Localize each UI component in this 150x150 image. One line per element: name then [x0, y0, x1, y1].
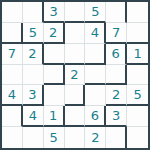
cell-r3c5[interactable] [85, 44, 106, 65]
cell-r5c4[interactable] [65, 85, 86, 106]
cell-r2c2[interactable]: 5 [23, 23, 44, 44]
cell-r4c1[interactable] [2, 65, 23, 86]
cell-r4c3[interactable] [44, 65, 65, 86]
cell-r6c7[interactable] [127, 106, 148, 127]
cell-r7c4[interactable] [65, 127, 86, 148]
cell-r6c4[interactable] [65, 106, 86, 127]
cell-r1c5[interactable]: 5 [85, 2, 106, 23]
cell-r3c3[interactable] [44, 44, 65, 65]
cell-r3c2[interactable]: 2 [23, 44, 44, 65]
cell-r3c7[interactable]: 1 [127, 44, 148, 65]
cell-r1c6[interactable] [106, 2, 127, 23]
cell-r6c5[interactable]: 6 [85, 106, 106, 127]
cell-r2c6[interactable]: 7 [106, 23, 127, 44]
cell-r7c5[interactable]: 2 [85, 127, 106, 148]
cell-r3c6[interactable]: 6 [106, 44, 127, 65]
cell-r4c5[interactable] [85, 65, 106, 86]
cell-r3c4[interactable] [65, 44, 86, 65]
cell-r1c2[interactable] [23, 2, 44, 23]
cell-r2c3[interactable]: 2 [44, 23, 65, 44]
cell-r7c1[interactable] [2, 127, 23, 148]
cell-r2c1[interactable] [2, 23, 23, 44]
cell-r6c3[interactable]: 1 [44, 106, 65, 127]
cell-r5c7[interactable]: 5 [127, 85, 148, 106]
cell-r2c7[interactable] [127, 23, 148, 44]
cell-r2c5[interactable]: 4 [85, 23, 106, 44]
cell-r4c7[interactable] [127, 65, 148, 86]
cell-r4c4[interactable]: 2 [65, 65, 86, 86]
cell-r1c3[interactable]: 3 [44, 2, 65, 23]
cell-r4c2[interactable] [23, 65, 44, 86]
cell-r1c7[interactable] [127, 2, 148, 23]
cell-r5c3[interactable] [44, 85, 65, 106]
cell-r5c1[interactable]: 4 [2, 85, 23, 106]
cell-r6c2[interactable]: 4 [23, 106, 44, 127]
cell-r6c6[interactable]: 3 [106, 106, 127, 127]
cell-r7c2[interactable] [23, 127, 44, 148]
cell-r1c4[interactable] [65, 2, 86, 23]
cell-r7c6[interactable] [106, 127, 127, 148]
cell-r2c4[interactable] [65, 23, 86, 44]
cell-r5c5[interactable] [85, 85, 106, 106]
cell-r7c3[interactable]: 5 [44, 127, 65, 148]
cell-r7c7[interactable] [127, 127, 148, 148]
cell-r6c1[interactable] [2, 106, 23, 127]
cell-r5c6[interactable]: 2 [106, 85, 127, 106]
cell-r1c1[interactable] [2, 2, 23, 23]
cell-r3c1[interactable]: 7 [2, 44, 23, 65]
cell-r4c6[interactable] [106, 65, 127, 86]
suguru-board: 355247726124325416352 [0, 0, 150, 150]
cell-r5c2[interactable]: 3 [23, 85, 44, 106]
